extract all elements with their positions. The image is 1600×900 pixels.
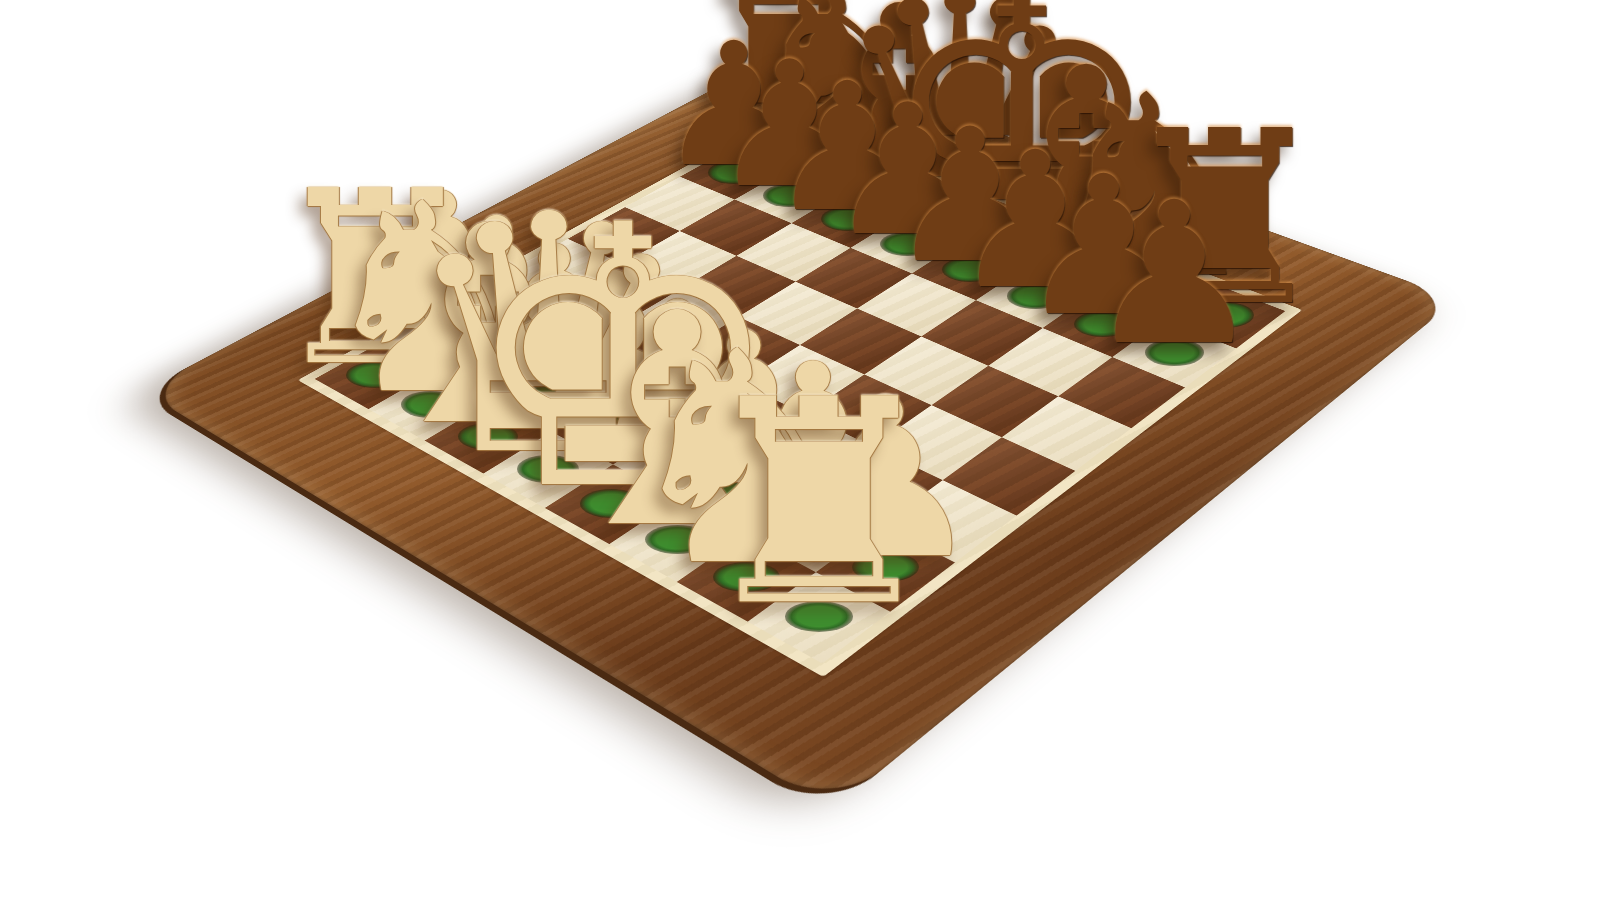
product-photo-scene: ♜♞♝♛♚♝♞♜♟♟♟♟♟♟♟♟♟♟♟♟♟♟♟♟♜♞♝♛♚♝♞♜ [0,0,1600,900]
piece-white-rook-h1[interactable]: ♜ [669,363,969,645]
piece-black-pawn-h7[interactable]: ♟ [1024,176,1324,372]
